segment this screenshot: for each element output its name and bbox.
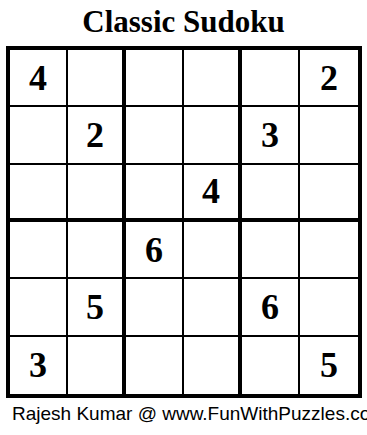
sudoku-cell-empty[interactable]	[126, 165, 184, 222]
sudoku-cell-empty[interactable]	[184, 50, 242, 107]
sudoku-cell-empty[interactable]	[242, 50, 300, 107]
sudoku-cell-empty[interactable]	[184, 107, 242, 164]
sudoku-cell-empty[interactable]	[300, 279, 358, 336]
sudoku-cell-empty[interactable]	[68, 50, 126, 107]
sudoku-cell-empty[interactable]	[242, 222, 300, 279]
sudoku-cell-empty[interactable]	[184, 222, 242, 279]
sudoku-cell-given[interactable]: 2	[300, 50, 358, 107]
sudoku-cell-empty[interactable]	[68, 337, 126, 394]
sudoku-cell-given[interactable]: 4	[184, 165, 242, 222]
sudoku-cell-empty[interactable]	[242, 337, 300, 394]
page-title: Classic Sudoku	[0, 0, 367, 40]
sudoku-cell-given[interactable]: 4	[10, 50, 68, 107]
sudoku-cell-empty[interactable]	[126, 107, 184, 164]
sudoku-cell-empty[interactable]	[126, 337, 184, 394]
sudoku-cell-empty[interactable]	[10, 107, 68, 164]
sudoku-cell-empty[interactable]	[10, 165, 68, 222]
sudoku-cell-empty[interactable]	[242, 165, 300, 222]
sudoku-cell-given[interactable]: 6	[126, 222, 184, 279]
sudoku-cell-empty[interactable]	[68, 222, 126, 279]
sudoku-cell-empty[interactable]	[184, 337, 242, 394]
sudoku-cell-empty[interactable]	[68, 165, 126, 222]
sudoku-cell-given[interactable]: 3	[10, 337, 68, 394]
sudoku-cell-empty[interactable]	[126, 279, 184, 336]
sudoku-cell-empty[interactable]	[300, 222, 358, 279]
sudoku-cell-empty[interactable]	[300, 165, 358, 222]
sudoku-cell-empty[interactable]	[10, 222, 68, 279]
sudoku-cell-empty[interactable]	[184, 279, 242, 336]
sudoku-cell-empty[interactable]	[10, 279, 68, 336]
sudoku-cell-given[interactable]: 3	[242, 107, 300, 164]
credit-text: Rajesh Kumar @ www.FunWithPuzzles.com	[12, 403, 367, 425]
sudoku-board: 4223465635	[6, 46, 362, 398]
sudoku-cell-given[interactable]: 5	[300, 337, 358, 394]
sudoku-cell-given[interactable]: 5	[68, 279, 126, 336]
sudoku-cell-empty[interactable]	[300, 107, 358, 164]
sudoku-cell-given[interactable]: 2	[68, 107, 126, 164]
sudoku-cell-given[interactable]: 6	[242, 279, 300, 336]
sudoku-cell-empty[interactable]	[126, 50, 184, 107]
